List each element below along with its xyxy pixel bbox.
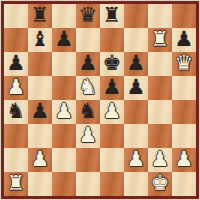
square-b8[interactable]: ♜ <box>28 4 52 28</box>
square-c1[interactable] <box>52 172 76 196</box>
white-rook[interactable]: ♜ <box>151 29 170 50</box>
square-f8[interactable] <box>124 4 148 28</box>
square-c4[interactable]: ♟ <box>52 100 76 124</box>
square-b5[interactable] <box>28 76 52 100</box>
square-c3[interactable] <box>52 124 76 148</box>
square-b6[interactable] <box>28 52 52 76</box>
square-a3[interactable] <box>4 124 28 148</box>
square-c2[interactable] <box>52 148 76 172</box>
board-border: ♜♛♜♝♟♜♟♟♟♚♟♛♟♞♟♟♞♟♟♞♟♟♟♟♟♟♜♚ <box>1 1 199 199</box>
black-rook[interactable]: ♜ <box>103 5 122 26</box>
black-pawn[interactable]: ♟ <box>79 53 98 74</box>
square-a1[interactable]: ♜ <box>4 172 28 196</box>
white-pawn[interactable]: ♟ <box>79 125 98 146</box>
square-a7[interactable] <box>4 28 28 52</box>
square-h4[interactable] <box>172 100 196 124</box>
square-d7[interactable] <box>76 28 100 52</box>
square-h6[interactable]: ♛ <box>172 52 196 76</box>
white-pawn[interactable]: ♟ <box>55 101 74 122</box>
square-b4[interactable]: ♟ <box>28 100 52 124</box>
square-e8[interactable]: ♜ <box>100 4 124 28</box>
square-e4[interactable]: ♟ <box>100 100 124 124</box>
square-g2[interactable]: ♟ <box>148 148 172 172</box>
square-f4[interactable] <box>124 100 148 124</box>
square-d8[interactable]: ♛ <box>76 4 100 28</box>
white-pawn[interactable]: ♟ <box>7 77 26 98</box>
square-g8[interactable] <box>148 4 172 28</box>
square-d4[interactable]: ♞ <box>76 100 100 124</box>
square-d6[interactable]: ♟ <box>76 52 100 76</box>
square-e1[interactable] <box>100 172 124 196</box>
white-pawn[interactable]: ♟ <box>103 101 122 122</box>
square-e6[interactable]: ♚ <box>100 52 124 76</box>
square-h2[interactable]: ♟ <box>172 148 196 172</box>
square-a8[interactable] <box>4 4 28 28</box>
square-h7[interactable]: ♟ <box>172 28 196 52</box>
white-pawn[interactable]: ♟ <box>31 149 50 170</box>
white-pawn[interactable]: ♟ <box>175 149 194 170</box>
chess-board[interactable]: ♜♛♜♝♟♜♟♟♟♚♟♛♟♞♟♟♞♟♟♞♟♟♟♟♟♟♜♚ <box>4 4 196 196</box>
square-d2[interactable] <box>76 148 100 172</box>
square-d5[interactable]: ♞ <box>76 76 100 100</box>
white-rook[interactable]: ♜ <box>7 173 26 194</box>
chess-board-frame: ♜♛♜♝♟♜♟♟♟♚♟♛♟♞♟♟♞♟♟♞♟♟♟♟♟♟♜♚ <box>0 0 200 200</box>
white-knight[interactable]: ♞ <box>79 77 98 98</box>
square-h8[interactable] <box>172 4 196 28</box>
square-f3[interactable] <box>124 124 148 148</box>
square-b7[interactable]: ♝ <box>28 28 52 52</box>
black-knight[interactable]: ♞ <box>79 101 98 122</box>
white-pawn[interactable]: ♟ <box>151 149 170 170</box>
square-f7[interactable] <box>124 28 148 52</box>
black-knight[interactable]: ♞ <box>7 101 26 122</box>
square-e5[interactable]: ♟ <box>100 76 124 100</box>
black-pawn[interactable]: ♟ <box>127 77 146 98</box>
square-b2[interactable]: ♟ <box>28 148 52 172</box>
square-f1[interactable] <box>124 172 148 196</box>
black-rook[interactable]: ♜ <box>31 5 50 26</box>
square-g1[interactable]: ♚ <box>148 172 172 196</box>
black-pawn[interactable]: ♟ <box>31 101 50 122</box>
square-f6[interactable]: ♟ <box>124 52 148 76</box>
white-king[interactable]: ♚ <box>151 173 170 194</box>
black-queen[interactable]: ♛ <box>79 5 98 26</box>
square-c8[interactable] <box>52 4 76 28</box>
black-king[interactable]: ♚ <box>103 53 122 74</box>
black-pawn[interactable]: ♟ <box>7 53 26 74</box>
black-pawn[interactable]: ♟ <box>175 29 194 50</box>
square-a2[interactable] <box>4 148 28 172</box>
square-h1[interactable] <box>172 172 196 196</box>
square-f2[interactable]: ♟ <box>124 148 148 172</box>
square-e2[interactable] <box>100 148 124 172</box>
black-pawn[interactable]: ♟ <box>103 77 122 98</box>
square-g6[interactable] <box>148 52 172 76</box>
square-g7[interactable]: ♜ <box>148 28 172 52</box>
square-h5[interactable] <box>172 76 196 100</box>
square-g3[interactable] <box>148 124 172 148</box>
black-bishop[interactable]: ♝ <box>31 29 50 50</box>
square-a4[interactable]: ♞ <box>4 100 28 124</box>
square-d1[interactable] <box>76 172 100 196</box>
square-g5[interactable] <box>148 76 172 100</box>
square-c6[interactable] <box>52 52 76 76</box>
square-c7[interactable]: ♟ <box>52 28 76 52</box>
white-queen[interactable]: ♛ <box>175 53 194 74</box>
square-f5[interactable]: ♟ <box>124 76 148 100</box>
square-b1[interactable] <box>28 172 52 196</box>
square-b3[interactable] <box>28 124 52 148</box>
square-h3[interactable] <box>172 124 196 148</box>
square-d3[interactable]: ♟ <box>76 124 100 148</box>
square-a6[interactable]: ♟ <box>4 52 28 76</box>
square-a5[interactable]: ♟ <box>4 76 28 100</box>
square-e7[interactable] <box>100 28 124 52</box>
square-g4[interactable] <box>148 100 172 124</box>
square-e3[interactable] <box>100 124 124 148</box>
black-pawn[interactable]: ♟ <box>55 29 74 50</box>
black-pawn[interactable]: ♟ <box>127 53 146 74</box>
white-pawn[interactable]: ♟ <box>127 149 146 170</box>
square-c5[interactable] <box>52 76 76 100</box>
